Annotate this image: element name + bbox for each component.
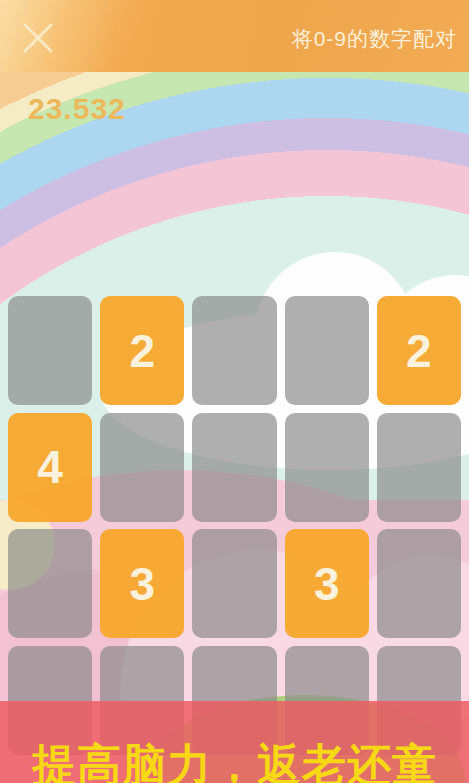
card-r2c5-facedown[interactable] <box>377 413 461 522</box>
card-r3c4-value-3[interactable]: 3 <box>285 529 369 638</box>
card-number: 4 <box>37 444 63 490</box>
card-r2c4-facedown[interactable] <box>285 413 369 522</box>
card-r2c3-facedown[interactable] <box>192 413 276 522</box>
game-screen: 23.532 22433 提高脑力，返老还童 将0-9的数字配对 <box>0 0 469 783</box>
card-r3c1-facedown[interactable] <box>8 529 92 638</box>
card-r1c5-value-2[interactable]: 2 <box>377 296 461 405</box>
ad-banner[interactable]: 提高脑力，返老还童 <box>0 701 469 783</box>
card-r1c3-facedown[interactable] <box>192 296 276 405</box>
card-r3c2-value-3[interactable]: 3 <box>100 529 184 638</box>
header-bar: 将0-9的数字配对 <box>0 0 469 72</box>
card-number: 3 <box>314 561 340 607</box>
card-r1c4-facedown[interactable] <box>285 296 369 405</box>
card-r3c5-facedown[interactable] <box>377 529 461 638</box>
card-number: 3 <box>129 561 155 607</box>
card-r1c1-facedown[interactable] <box>8 296 92 405</box>
card-r2c2-facedown[interactable] <box>100 413 184 522</box>
board: 22433 <box>8 296 461 755</box>
score-value: 23.532 <box>28 92 126 126</box>
card-number: 2 <box>406 328 432 374</box>
page-title: 将0-9的数字配对 <box>292 25 457 53</box>
card-r1c2-value-2[interactable]: 2 <box>100 296 184 405</box>
close-icon <box>22 22 54 54</box>
card-r2c1-value-4[interactable]: 4 <box>8 413 92 522</box>
card-r3c3-facedown[interactable] <box>192 529 276 638</box>
ad-banner-text: 提高脑力，返老还童 <box>0 743 469 783</box>
card-number: 2 <box>129 328 155 374</box>
close-button[interactable] <box>22 22 54 54</box>
